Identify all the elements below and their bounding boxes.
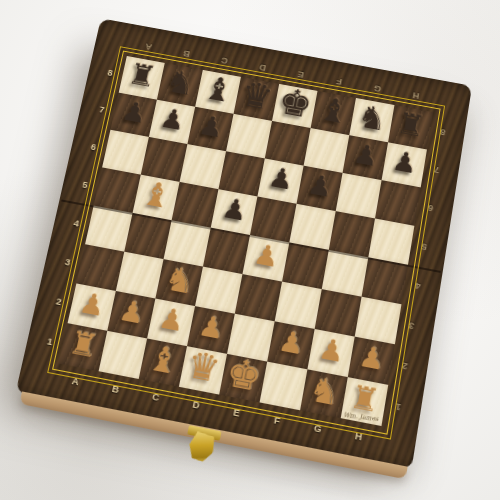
square-h1: ♜Wm. James <box>341 377 389 426</box>
white-pawn-f2: ♟ <box>276 326 306 359</box>
black-pawn-a7: ♟ <box>119 97 149 127</box>
black-pawn-g7: ♟ <box>351 140 380 171</box>
black-queen-d8: ♛ <box>238 77 275 116</box>
black-pawn-h7: ♟ <box>390 147 419 178</box>
white-pawn-b2: ♟ <box>116 296 147 329</box>
black-pawn-f6: ♟ <box>305 171 334 202</box>
square-f5 <box>289 204 335 250</box>
board-grid: AABBCCDDEEFFGGHH8877665544332211♜♞♝♛♚♝♞♜… <box>27 28 462 458</box>
white-pawn-h2: ♟ <box>357 342 387 375</box>
black-knight-g8: ♞ <box>355 100 389 136</box>
white-pawn-g2: ♟ <box>316 334 346 367</box>
white-pawn-c2: ♟ <box>156 304 187 337</box>
black-rook-a8: ♜ <box>126 59 159 92</box>
black-pawn-b7: ♟ <box>158 104 188 135</box>
black-bishop-c8: ♝ <box>201 71 237 108</box>
white-knight-g1: ♞ <box>307 371 343 411</box>
white-pawn-e4: ♟ <box>251 240 281 272</box>
white-queen-d1: ♛ <box>184 346 224 389</box>
white-knight-c3: ♞ <box>162 261 198 299</box>
square-h5 <box>368 218 414 264</box>
white-rook-a1: ♜ <box>66 326 100 363</box>
black-pawn-d5: ♟ <box>220 194 250 226</box>
black-knight-b8: ♞ <box>163 65 198 101</box>
white-king-e1: ♚ <box>223 352 265 397</box>
black-pawn-e6: ♟ <box>266 163 295 194</box>
square-g1: ♞ <box>300 369 348 418</box>
black-king-e8: ♚ <box>276 83 315 124</box>
board-frame: AABBCCDDEEFFGGHH8877665544332211♜♞♝♛♚♝♞♜… <box>16 18 473 469</box>
chess-board: AABBCCDDEEFFGGHH8877665544332211♜♞♝♛♚♝♞♜… <box>16 18 473 469</box>
black-pawn-c7: ♟ <box>196 112 225 143</box>
white-pawn-a2: ♟ <box>77 289 108 322</box>
white-bishop-c1: ♝ <box>145 340 183 380</box>
square-g5 <box>329 211 375 257</box>
white-pawn-d2: ♟ <box>196 311 227 344</box>
black-rook-h8: ♜ <box>395 108 427 142</box>
black-bishop-f8: ♝ <box>316 92 351 129</box>
white-bishop-b5: ♝ <box>138 176 175 214</box>
